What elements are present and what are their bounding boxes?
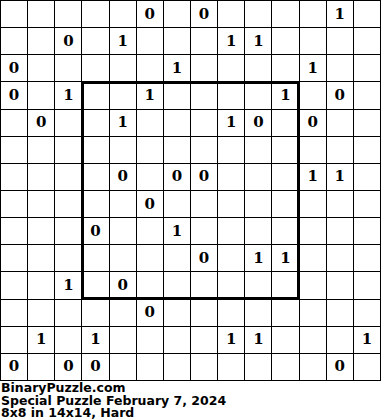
cell-r9c8[interactable] bbox=[218, 245, 244, 271]
cell-r13c4[interactable] bbox=[110, 354, 136, 380]
cell-r10c5[interactable] bbox=[137, 272, 163, 298]
cell-r5c1[interactable] bbox=[28, 137, 54, 163]
cell-r4c0[interactable] bbox=[1, 110, 27, 136]
cell-r5c3[interactable] bbox=[82, 137, 108, 163]
cell-r1c2: 0 bbox=[55, 28, 81, 54]
cell-r4c11: 0 bbox=[300, 110, 326, 136]
cell-r1c9: 1 bbox=[245, 28, 271, 54]
cell-r1c0[interactable] bbox=[1, 28, 27, 54]
cell-r0c5: 0 bbox=[137, 1, 163, 27]
cell-r1c11[interactable] bbox=[300, 28, 326, 54]
cell-r4c13[interactable] bbox=[354, 110, 380, 136]
cell-r3c1[interactable] bbox=[28, 82, 54, 108]
cell-r6c2[interactable] bbox=[55, 164, 81, 190]
puzzle-page: 0010111011011100110000011001011100111110… bbox=[0, 0, 381, 419]
cell-r3c10: 1 bbox=[272, 82, 298, 108]
cell-r11c6[interactable] bbox=[164, 300, 190, 326]
cell-r8c11[interactable] bbox=[300, 218, 326, 244]
cell-r9c12[interactable] bbox=[327, 245, 353, 271]
cell-r10c8[interactable] bbox=[218, 272, 244, 298]
cell-r2c6: 1 bbox=[164, 55, 190, 81]
cell-r0c8[interactable] bbox=[218, 1, 244, 27]
cell-r6c13[interactable] bbox=[354, 164, 380, 190]
puzzle-caption: BinaryPuzzle.com Special Puzzle February… bbox=[0, 381, 381, 419]
cell-r9c2[interactable] bbox=[55, 245, 81, 271]
cell-r12c1: 1 bbox=[28, 327, 54, 353]
cell-r11c12[interactable] bbox=[327, 300, 353, 326]
cell-r9c10: 1 bbox=[272, 245, 298, 271]
cell-r2c9[interactable] bbox=[245, 55, 271, 81]
cell-r1c8: 1 bbox=[218, 28, 244, 54]
cell-r12c7[interactable] bbox=[191, 327, 217, 353]
cell-r5c6[interactable] bbox=[164, 137, 190, 163]
cell-r7c13[interactable] bbox=[354, 191, 380, 217]
cell-r9c13[interactable] bbox=[354, 245, 380, 271]
cell-r13c6[interactable] bbox=[164, 354, 190, 380]
cell-r5c5[interactable] bbox=[137, 137, 163, 163]
cell-r8c1[interactable] bbox=[28, 218, 54, 244]
cell-r7c7[interactable] bbox=[191, 191, 217, 217]
cell-r5c13[interactable] bbox=[354, 137, 380, 163]
cell-r3c0: 0 bbox=[1, 82, 27, 108]
cell-r13c5[interactable] bbox=[137, 354, 163, 380]
cell-r9c11[interactable] bbox=[300, 245, 326, 271]
cell-r8c6: 1 bbox=[164, 218, 190, 244]
cell-r3c11[interactable] bbox=[300, 82, 326, 108]
cell-r13c7[interactable] bbox=[191, 354, 217, 380]
cell-r11c10[interactable] bbox=[272, 300, 298, 326]
cell-r4c3[interactable] bbox=[82, 110, 108, 136]
puzzle-grid: 0010111011011100110000011001011100111110… bbox=[1, 1, 380, 380]
cell-r7c4[interactable] bbox=[110, 191, 136, 217]
cell-r0c2[interactable] bbox=[55, 1, 81, 27]
cell-r3c3[interactable] bbox=[82, 82, 108, 108]
cell-r2c12[interactable] bbox=[327, 55, 353, 81]
cell-r13c13[interactable] bbox=[354, 354, 380, 380]
cell-r4c12[interactable] bbox=[327, 110, 353, 136]
cell-r8c9[interactable] bbox=[245, 218, 271, 244]
cell-r9c0[interactable] bbox=[1, 245, 27, 271]
cell-r2c7[interactable] bbox=[191, 55, 217, 81]
cell-r12c9: 1 bbox=[245, 327, 271, 353]
cell-r8c0[interactable] bbox=[1, 218, 27, 244]
cell-r9c6[interactable] bbox=[164, 245, 190, 271]
cell-r7c5: 0 bbox=[137, 191, 163, 217]
cell-r12c0[interactable] bbox=[1, 327, 27, 353]
cell-r0c12: 1 bbox=[327, 1, 353, 27]
cell-r6c11: 1 bbox=[300, 164, 326, 190]
cell-r13c3: 0 bbox=[82, 354, 108, 380]
cell-r1c6[interactable] bbox=[164, 28, 190, 54]
cell-r1c12[interactable] bbox=[327, 28, 353, 54]
cell-r12c6[interactable] bbox=[164, 327, 190, 353]
cell-r1c4: 1 bbox=[110, 28, 136, 54]
cell-r13c1[interactable] bbox=[28, 354, 54, 380]
cell-r1c5[interactable] bbox=[137, 28, 163, 54]
cell-r7c0[interactable] bbox=[1, 191, 27, 217]
cell-r2c2[interactable] bbox=[55, 55, 81, 81]
cell-r1c10[interactable] bbox=[272, 28, 298, 54]
cell-r0c1[interactable] bbox=[28, 1, 54, 27]
cell-r7c12[interactable] bbox=[327, 191, 353, 217]
cell-r0c0[interactable] bbox=[1, 1, 27, 27]
cell-r11c7[interactable] bbox=[191, 300, 217, 326]
cell-r9c3[interactable] bbox=[82, 245, 108, 271]
cell-r4c4: 1 bbox=[110, 110, 136, 136]
cell-r2c0: 0 bbox=[1, 55, 27, 81]
cell-r8c12[interactable] bbox=[327, 218, 353, 244]
cell-r5c0[interactable] bbox=[1, 137, 27, 163]
puzzle-info: 8x8 in 14x14, Hard bbox=[1, 407, 379, 419]
cell-r5c9[interactable] bbox=[245, 137, 271, 163]
cell-r5c4[interactable] bbox=[110, 137, 136, 163]
cell-r4c7[interactable] bbox=[191, 110, 217, 136]
cell-r6c6: 0 bbox=[164, 164, 190, 190]
cell-r6c9[interactable] bbox=[245, 164, 271, 190]
cell-r8c13[interactable] bbox=[354, 218, 380, 244]
cell-r10c4: 0 bbox=[110, 272, 136, 298]
cell-r10c10[interactable] bbox=[272, 272, 298, 298]
cell-r6c7: 0 bbox=[191, 164, 217, 190]
cell-r4c1: 0 bbox=[28, 110, 54, 136]
cell-r3c6[interactable] bbox=[164, 82, 190, 108]
cell-r0c10[interactable] bbox=[272, 1, 298, 27]
cell-r7c2[interactable] bbox=[55, 191, 81, 217]
cell-r4c5[interactable] bbox=[137, 110, 163, 136]
cell-r12c8: 1 bbox=[218, 327, 244, 353]
cell-r1c13[interactable] bbox=[354, 28, 380, 54]
cell-r10c9[interactable] bbox=[245, 272, 271, 298]
cell-r10c11[interactable] bbox=[300, 272, 326, 298]
cell-r10c1[interactable] bbox=[28, 272, 54, 298]
cell-r2c8[interactable] bbox=[218, 55, 244, 81]
cell-r3c9[interactable] bbox=[245, 82, 271, 108]
cell-r3c13[interactable] bbox=[354, 82, 380, 108]
cell-r4c10[interactable] bbox=[272, 110, 298, 136]
cell-r6c1[interactable] bbox=[28, 164, 54, 190]
cell-r5c8[interactable] bbox=[218, 137, 244, 163]
binary-puzzle-board: 0010111011011100110000011001011100111110… bbox=[0, 0, 381, 381]
cell-r11c1[interactable] bbox=[28, 300, 54, 326]
cell-r8c2[interactable] bbox=[55, 218, 81, 244]
cell-r13c0: 0 bbox=[1, 354, 27, 380]
cell-r3c8[interactable] bbox=[218, 82, 244, 108]
cell-r2c4[interactable] bbox=[110, 55, 136, 81]
cell-r9c9: 1 bbox=[245, 245, 271, 271]
cell-r2c5[interactable] bbox=[137, 55, 163, 81]
cell-r6c0[interactable] bbox=[1, 164, 27, 190]
cell-r6c4: 0 bbox=[110, 164, 136, 190]
cell-r4c8: 1 bbox=[218, 110, 244, 136]
cell-r0c3[interactable] bbox=[82, 1, 108, 27]
cell-r12c2[interactable] bbox=[55, 327, 81, 353]
cell-r9c5[interactable] bbox=[137, 245, 163, 271]
cell-r1c1[interactable] bbox=[28, 28, 54, 54]
cell-r12c5[interactable] bbox=[137, 327, 163, 353]
cell-r2c13[interactable] bbox=[354, 55, 380, 81]
cell-r12c3: 1 bbox=[82, 327, 108, 353]
cell-r8c5[interactable] bbox=[137, 218, 163, 244]
cell-r0c11[interactable] bbox=[300, 1, 326, 27]
cell-r2c11: 1 bbox=[300, 55, 326, 81]
cell-r7c1[interactable] bbox=[28, 191, 54, 217]
cell-r11c9[interactable] bbox=[245, 300, 271, 326]
cell-r7c8[interactable] bbox=[218, 191, 244, 217]
cell-r8c8[interactable] bbox=[218, 218, 244, 244]
cell-r12c10[interactable] bbox=[272, 327, 298, 353]
cell-r2c10[interactable] bbox=[272, 55, 298, 81]
cell-r0c7: 0 bbox=[191, 1, 217, 27]
cell-r13c10[interactable] bbox=[272, 354, 298, 380]
cell-r13c2: 0 bbox=[55, 354, 81, 380]
cell-r5c10[interactable] bbox=[272, 137, 298, 163]
cell-r0c13[interactable] bbox=[354, 1, 380, 27]
cell-r10c13[interactable] bbox=[354, 272, 380, 298]
cell-r3c4[interactable] bbox=[110, 82, 136, 108]
cell-r7c9[interactable] bbox=[245, 191, 271, 217]
cell-r3c7[interactable] bbox=[191, 82, 217, 108]
cell-r5c7[interactable] bbox=[191, 137, 217, 163]
cell-r5c2[interactable] bbox=[55, 137, 81, 163]
cell-r5c11[interactable] bbox=[300, 137, 326, 163]
cell-r8c10[interactable] bbox=[272, 218, 298, 244]
cell-r11c2[interactable] bbox=[55, 300, 81, 326]
cell-r8c4[interactable] bbox=[110, 218, 136, 244]
cell-r12c12[interactable] bbox=[327, 327, 353, 353]
cell-r13c11[interactable] bbox=[300, 354, 326, 380]
cell-r12c11[interactable] bbox=[300, 327, 326, 353]
cell-r11c8[interactable] bbox=[218, 300, 244, 326]
cell-r0c9[interactable] bbox=[245, 1, 271, 27]
cell-r8c7[interactable] bbox=[191, 218, 217, 244]
cell-r3c5: 1 bbox=[137, 82, 163, 108]
cell-r13c9[interactable] bbox=[245, 354, 271, 380]
cell-r6c5[interactable] bbox=[137, 164, 163, 190]
cell-r9c4[interactable] bbox=[110, 245, 136, 271]
cell-r2c3[interactable] bbox=[82, 55, 108, 81]
cell-r9c7: 0 bbox=[191, 245, 217, 271]
cell-r6c12: 1 bbox=[327, 164, 353, 190]
cell-r11c11[interactable] bbox=[300, 300, 326, 326]
cell-r12c13: 1 bbox=[354, 327, 380, 353]
cell-r10c6[interactable] bbox=[164, 272, 190, 298]
cell-r11c4[interactable] bbox=[110, 300, 136, 326]
cell-r11c5: 0 bbox=[137, 300, 163, 326]
cell-r4c9: 0 bbox=[245, 110, 271, 136]
cell-r5c12[interactable] bbox=[327, 137, 353, 163]
cell-r7c3[interactable] bbox=[82, 191, 108, 217]
cell-r12c4[interactable] bbox=[110, 327, 136, 353]
cell-r10c2: 1 bbox=[55, 272, 81, 298]
cell-r4c6[interactable] bbox=[164, 110, 190, 136]
cell-r10c0[interactable] bbox=[1, 272, 27, 298]
cell-r13c8[interactable] bbox=[218, 354, 244, 380]
cell-r11c13[interactable] bbox=[354, 300, 380, 326]
cell-r11c3[interactable] bbox=[82, 300, 108, 326]
cell-r0c6[interactable] bbox=[164, 1, 190, 27]
cell-r7c11[interactable] bbox=[300, 191, 326, 217]
cell-r1c3[interactable] bbox=[82, 28, 108, 54]
cell-r3c12: 0 bbox=[327, 82, 353, 108]
cell-r0c4[interactable] bbox=[110, 1, 136, 27]
cell-r2c1[interactable] bbox=[28, 55, 54, 81]
cell-r6c3[interactable] bbox=[82, 164, 108, 190]
cell-r1c7[interactable] bbox=[191, 28, 217, 54]
cell-r10c12[interactable] bbox=[327, 272, 353, 298]
cell-r10c3[interactable] bbox=[82, 272, 108, 298]
cell-r7c10[interactable] bbox=[272, 191, 298, 217]
cell-r6c10[interactable] bbox=[272, 164, 298, 190]
cell-r8c3: 0 bbox=[82, 218, 108, 244]
cell-r11c0[interactable] bbox=[1, 300, 27, 326]
cell-r4c2[interactable] bbox=[55, 110, 81, 136]
cell-r6c8[interactable] bbox=[218, 164, 244, 190]
cell-r13c12: 0 bbox=[327, 354, 353, 380]
cell-r3c2: 1 bbox=[55, 82, 81, 108]
cell-r10c7[interactable] bbox=[191, 272, 217, 298]
cell-r7c6[interactable] bbox=[164, 191, 190, 217]
cell-r9c1[interactable] bbox=[28, 245, 54, 271]
